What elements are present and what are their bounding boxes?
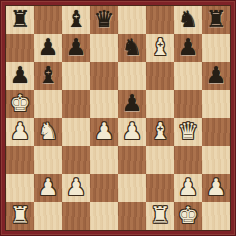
square-a8[interactable]: ♜ [6,6,34,34]
square-c6[interactable] [62,62,90,90]
square-h7[interactable] [202,34,230,62]
white-pawn-icon: ♟ [178,174,199,201]
white-king-icon: ♚ [10,90,31,117]
square-f5[interactable] [146,90,174,118]
white-king-icon: ♚ [178,202,199,229]
chess-board: ♜♝♛♞♜♟♟♞♝♟♟♝♟♚♟♟♞♟♟♝♛♟♟♟♟♜♜♚ [6,6,230,230]
black-pawn-icon: ♟ [178,34,199,61]
white-pawn-icon: ♟ [66,174,87,201]
square-g8[interactable]: ♞ [174,6,202,34]
square-c4[interactable] [62,118,90,146]
square-c2[interactable]: ♟ [62,174,90,202]
black-pawn-icon: ♟ [38,34,59,61]
square-d1[interactable] [90,202,118,230]
square-e3[interactable] [118,146,146,174]
square-h5[interactable] [202,90,230,118]
square-d2[interactable] [90,174,118,202]
square-b5[interactable] [34,90,62,118]
square-b1[interactable] [34,202,62,230]
square-e6[interactable] [118,62,146,90]
square-f6[interactable] [146,62,174,90]
square-a6[interactable]: ♟ [6,62,34,90]
black-rook-icon: ♜ [206,6,227,33]
square-a2[interactable] [6,174,34,202]
black-pawn-icon: ♟ [206,62,227,89]
chess-board-frame: ♜♝♛♞♜♟♟♞♝♟♟♝♟♚♟♟♞♟♟♝♛♟♟♟♟♜♜♚ [0,0,236,236]
square-c5[interactable] [62,90,90,118]
square-a4[interactable]: ♟ [6,118,34,146]
black-knight-icon: ♞ [122,34,143,61]
square-g5[interactable] [174,90,202,118]
square-d4[interactable]: ♟ [90,118,118,146]
square-c1[interactable] [62,202,90,230]
square-f4[interactable]: ♝ [146,118,174,146]
black-pawn-icon: ♟ [66,34,87,61]
square-d3[interactable] [90,146,118,174]
white-bishop-icon: ♝ [150,118,171,145]
square-a5[interactable]: ♚ [6,90,34,118]
black-knight-icon: ♞ [178,6,199,33]
white-rook-icon: ♜ [10,202,31,229]
white-pawn-icon: ♟ [10,118,31,145]
square-g2[interactable]: ♟ [174,174,202,202]
square-g7[interactable]: ♟ [174,34,202,62]
square-c3[interactable] [62,146,90,174]
square-e8[interactable] [118,6,146,34]
square-b3[interactable] [34,146,62,174]
square-b7[interactable]: ♟ [34,34,62,62]
square-d7[interactable] [90,34,118,62]
square-g1[interactable]: ♚ [174,202,202,230]
white-pawn-icon: ♟ [94,118,115,145]
black-queen-icon: ♛ [94,6,115,33]
white-rook-icon: ♜ [150,202,171,229]
square-a3[interactable] [6,146,34,174]
black-pawn-icon: ♟ [122,90,143,117]
square-b2[interactable]: ♟ [34,174,62,202]
square-d6[interactable] [90,62,118,90]
square-e1[interactable] [118,202,146,230]
black-rook-icon: ♜ [10,6,31,33]
square-d5[interactable] [90,90,118,118]
square-f2[interactable] [146,174,174,202]
square-h1[interactable] [202,202,230,230]
white-pawn-icon: ♟ [122,118,143,145]
square-c8[interactable]: ♝ [62,6,90,34]
square-g6[interactable] [174,62,202,90]
square-g4[interactable]: ♛ [174,118,202,146]
square-h2[interactable]: ♟ [202,174,230,202]
white-pawn-icon: ♟ [38,174,59,201]
square-h8[interactable]: ♜ [202,6,230,34]
square-g3[interactable] [174,146,202,174]
square-e7[interactable]: ♞ [118,34,146,62]
square-e5[interactable]: ♟ [118,90,146,118]
square-f8[interactable] [146,6,174,34]
square-d8[interactable]: ♛ [90,6,118,34]
square-f3[interactable] [146,146,174,174]
square-f7[interactable]: ♝ [146,34,174,62]
square-b8[interactable] [34,6,62,34]
square-b4[interactable]: ♞ [34,118,62,146]
square-b6[interactable]: ♝ [34,62,62,90]
black-bishop-icon: ♝ [38,62,59,89]
square-h6[interactable]: ♟ [202,62,230,90]
white-bishop-icon: ♝ [150,34,171,61]
square-e2[interactable] [118,174,146,202]
white-knight-icon: ♞ [38,118,59,145]
white-queen-icon: ♛ [178,118,199,145]
black-bishop-icon: ♝ [66,6,87,33]
square-c7[interactable]: ♟ [62,34,90,62]
square-e4[interactable]: ♟ [118,118,146,146]
square-a7[interactable] [6,34,34,62]
square-h4[interactable] [202,118,230,146]
square-f1[interactable]: ♜ [146,202,174,230]
square-h3[interactable] [202,146,230,174]
square-a1[interactable]: ♜ [6,202,34,230]
black-pawn-icon: ♟ [10,62,31,89]
white-pawn-icon: ♟ [206,174,227,201]
